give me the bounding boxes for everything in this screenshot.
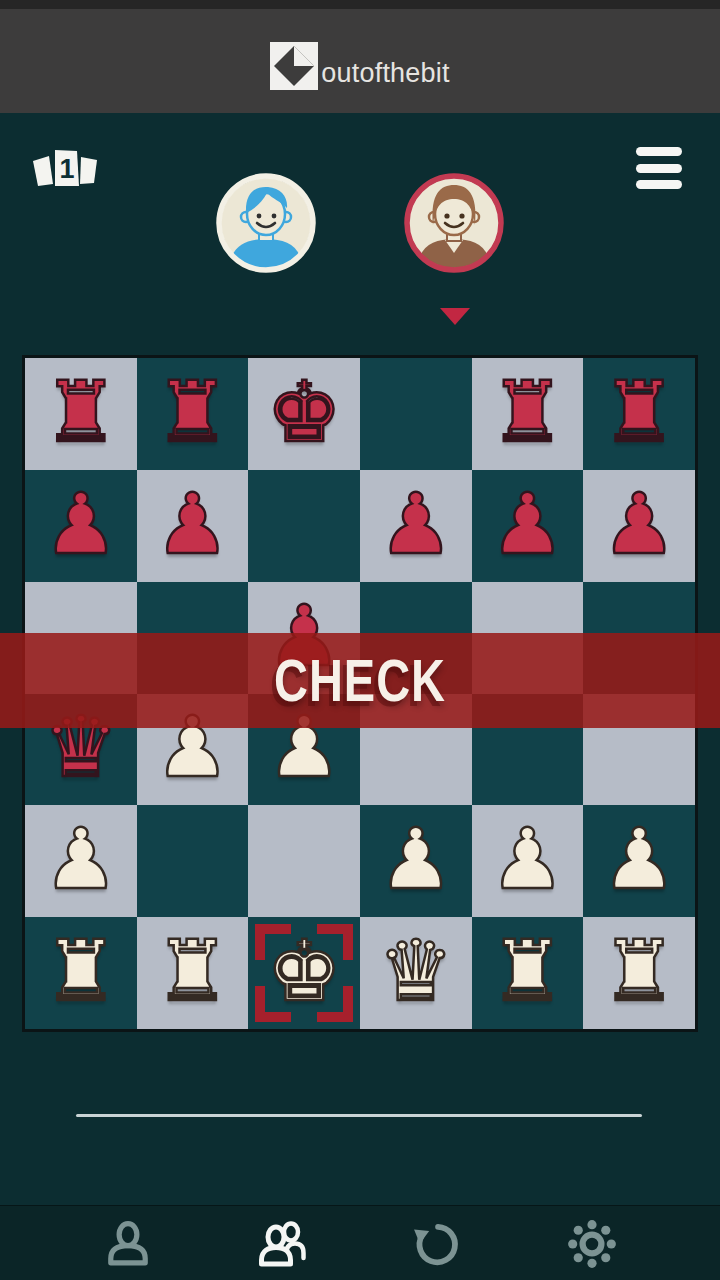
brand-name: outofthebit: [321, 60, 449, 90]
menu-bar: [636, 164, 682, 173]
piece-red-rook[interactable]: ♜: [155, 370, 230, 454]
avatar-red-player[interactable]: [404, 173, 504, 273]
app-screen: outofthebit 1: [0, 0, 720, 1280]
piece-red-pawn[interactable]: ♟: [602, 482, 677, 566]
piece-white-rook[interactable]: ♜: [43, 929, 118, 1013]
brand-logo: outofthebit: [0, 26, 720, 90]
board-square[interactable]: ♛: [360, 917, 472, 1029]
board-square[interactable]: ♟: [360, 805, 472, 917]
piece-white-rook[interactable]: ♜: [490, 929, 565, 1013]
undo-icon: [413, 1220, 461, 1268]
rank-badge[interactable]: 1: [28, 142, 108, 196]
board-square[interactable]: ♜: [25, 917, 137, 1029]
settings-sun-icon: [568, 1220, 616, 1268]
bottom-nav: [0, 1205, 720, 1280]
board-square[interactable]: ♟: [583, 470, 695, 582]
board-square[interactable]: [248, 805, 360, 917]
board-square[interactable]: ♟: [25, 805, 137, 917]
board-square[interactable]: ♜: [472, 358, 584, 470]
menu-bar: [636, 180, 682, 189]
board-square[interactable]: [137, 805, 249, 917]
piece-white-pawn[interactable]: ♟: [490, 817, 565, 901]
piece-red-pawn[interactable]: ♟: [490, 482, 565, 566]
piece-red-pawn[interactable]: ♟: [43, 482, 118, 566]
board-square[interactable]: ♟: [583, 805, 695, 917]
board-square[interactable]: ♟: [25, 470, 137, 582]
board-square[interactable]: ♟: [360, 470, 472, 582]
two-players-icon: [259, 1220, 307, 1268]
nav-undo[interactable]: [411, 1218, 463, 1270]
piece-white-king[interactable]: ♚: [267, 929, 342, 1013]
piece-white-rook[interactable]: ♜: [155, 929, 230, 1013]
menu-button[interactable]: [636, 147, 682, 189]
piece-red-king[interactable]: ♚: [267, 370, 342, 454]
rank-number: 1: [59, 154, 74, 184]
move-list-divider: [76, 1114, 642, 1117]
piece-white-pawn[interactable]: ♟: [43, 817, 118, 901]
turn-indicator: [440, 308, 470, 325]
outofthebit-logo-icon: [270, 42, 318, 90]
menu-bar: [636, 147, 682, 156]
nav-settings[interactable]: [566, 1218, 618, 1270]
board-square[interactable]: ♟: [137, 470, 249, 582]
board-square[interactable]: ♜: [472, 917, 584, 1029]
board-square[interactable]: ♜: [25, 358, 137, 470]
board-square[interactable]: [360, 358, 472, 470]
piece-white-queen[interactable]: ♛: [378, 929, 453, 1013]
board-square[interactable]: ♚: [248, 358, 360, 470]
piece-white-pawn[interactable]: ♟: [602, 817, 677, 901]
board-square[interactable]: ♚: [248, 917, 360, 1029]
status-bar: [0, 0, 720, 9]
piece-red-rook[interactable]: ♜: [602, 370, 677, 454]
piece-white-rook[interactable]: ♜: [602, 929, 677, 1013]
board-square[interactable]: ♜: [137, 358, 249, 470]
piece-white-pawn[interactable]: ♟: [378, 817, 453, 901]
board-square[interactable]: ♜: [583, 358, 695, 470]
board-square[interactable]: [248, 470, 360, 582]
piece-red-rook[interactable]: ♜: [490, 370, 565, 454]
board-square[interactable]: ♜: [583, 917, 695, 1029]
piece-red-pawn[interactable]: ♟: [155, 482, 230, 566]
nav-single-player[interactable]: [102, 1218, 154, 1270]
piece-red-pawn[interactable]: ♟: [378, 482, 453, 566]
person-icon: [104, 1220, 152, 1268]
check-banner-text: CHECK: [274, 646, 446, 715]
top-header: outofthebit: [0, 0, 720, 113]
piece-red-rook[interactable]: ♜: [43, 370, 118, 454]
board-square[interactable]: ♜: [137, 917, 249, 1029]
nav-two-players[interactable]: [257, 1218, 309, 1270]
check-banner: CHECK: [0, 633, 720, 728]
board-square[interactable]: ♟: [472, 470, 584, 582]
avatar-blue-player[interactable]: [216, 173, 316, 273]
board-square[interactable]: ♟: [472, 805, 584, 917]
